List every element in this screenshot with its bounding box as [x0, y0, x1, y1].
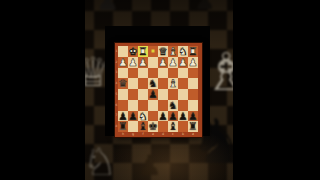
file-label: d — [158, 132, 168, 137]
square-d2: ♟ — [158, 57, 168, 68]
square-f3 — [138, 68, 148, 79]
black-pawn: ♟ — [178, 110, 187, 120]
square-h5 — [118, 89, 128, 100]
rank-labels: 12345678 — [115, 46, 118, 132]
video-strip[interactable]: ♟♟♕♗♞♘♟ ♚♜♛♝♞♜♟♟♟♟♟♟♟♛♞♝♟♞♟♟♞♟♟♟♟♜♝♚♝♜ 1… — [85, 0, 233, 180]
square-a3 — [188, 68, 198, 79]
letterbox-left — [0, 0, 85, 180]
chess-board: ♚♜♛♝♞♜♟♟♟♟♟♟♟♛♞♝♟♞♟♟♞♟♟♟♟♜♝♚♝♜ 12345678 … — [115, 43, 202, 137]
square-b5 — [178, 89, 188, 100]
square-c8: ♝ — [168, 121, 178, 132]
square-g4 — [128, 78, 138, 89]
square-a5 — [188, 89, 198, 100]
square-f2: ♟ — [138, 57, 148, 68]
black-pawn: ♟ — [128, 110, 137, 120]
black-pawn: ♟ — [158, 110, 167, 120]
black-king: ♚ — [148, 121, 157, 131]
rank-label: 4 — [115, 78, 118, 89]
black-pawn: ♟ — [148, 89, 157, 99]
white-pawn: ♟ — [188, 56, 197, 66]
white-pawn: ♟ — [128, 56, 137, 66]
square-g7: ♟ — [128, 111, 138, 122]
square-c2: ♟ — [168, 57, 178, 68]
rank-label: 5 — [115, 89, 118, 100]
white-pawn: ♟ — [118, 56, 127, 66]
square-g2: ♟ — [128, 57, 138, 68]
file-label: h — [118, 132, 128, 137]
square-h4: ♛ — [118, 78, 128, 89]
white-pawn: ♟ — [138, 56, 147, 66]
square-d5 — [158, 89, 168, 100]
square-e5: ♟ — [148, 89, 158, 100]
square-e8: ♚ — [148, 121, 158, 132]
square-b7: ♟ — [178, 111, 188, 122]
square-d3 — [158, 68, 168, 79]
file-label: e — [148, 132, 158, 137]
black-rook: ♜ — [118, 121, 127, 131]
square-b2: ♟ — [178, 57, 188, 68]
square-b3 — [178, 68, 188, 79]
square-a8: ♜ — [188, 121, 198, 132]
square-d8 — [158, 121, 168, 132]
square-e2 — [148, 57, 158, 68]
file-label: a — [188, 132, 198, 137]
square-g3 — [128, 68, 138, 79]
square-f5 — [138, 89, 148, 100]
shorts-frame: ♟♟♕♗♞♘♟ ♚♜♛♝♞♜♟♟♟♟♟♟♟♛♞♝♟♞♟♟♞♟♟♟♟♜♝♚♝♜ 1… — [0, 0, 320, 180]
file-labels: hgfedcba — [118, 132, 198, 137]
square-f8: ♝ — [138, 121, 148, 132]
black-rook: ♜ — [188, 121, 197, 131]
white-bishop: ♝ — [168, 78, 177, 88]
square-e1 — [148, 46, 158, 57]
rank-label: 7 — [115, 111, 118, 122]
file-label: g — [128, 132, 138, 137]
letterbox-right — [233, 0, 320, 180]
square-d7: ♟ — [158, 111, 168, 122]
rank-label: 3 — [115, 68, 118, 79]
rank-label: 1 — [115, 46, 118, 57]
white-pawn: ♟ — [178, 56, 187, 66]
square-c4: ♝ — [168, 78, 178, 89]
square-h8: ♜ — [118, 121, 128, 132]
rank-label: 6 — [115, 100, 118, 111]
square-g5 — [128, 89, 138, 100]
black-bishop: ♝ — [168, 121, 177, 131]
square-a2: ♟ — [188, 57, 198, 68]
square-f4 — [138, 78, 148, 89]
file-label: b — [178, 132, 188, 137]
rank-label: 2 — [115, 57, 118, 68]
black-bishop: ♝ — [138, 121, 147, 131]
white-pawn: ♟ — [168, 56, 177, 66]
square-d4 — [158, 78, 168, 89]
square-b8 — [178, 121, 188, 132]
board-grid: ♚♜♛♝♞♜♟♟♟♟♟♟♟♛♞♝♟♞♟♟♞♟♟♟♟♜♝♚♝♜ — [118, 46, 198, 132]
rank-label: 8 — [115, 121, 118, 132]
white-pawn: ♟ — [158, 56, 167, 66]
file-label: c — [168, 132, 178, 137]
file-label: f — [138, 132, 148, 137]
square-h2: ♟ — [118, 57, 128, 68]
square-a4 — [188, 78, 198, 89]
square-e6 — [148, 100, 158, 111]
square-b4 — [178, 78, 188, 89]
black-queen: ♛ — [118, 78, 127, 88]
square-g8 — [128, 121, 138, 132]
